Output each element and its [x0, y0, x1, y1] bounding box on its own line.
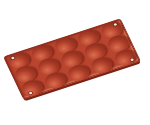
product-photo-scene	[0, 0, 150, 125]
cavity-grid	[4, 19, 120, 57]
silicone-mould	[4, 19, 140, 99]
